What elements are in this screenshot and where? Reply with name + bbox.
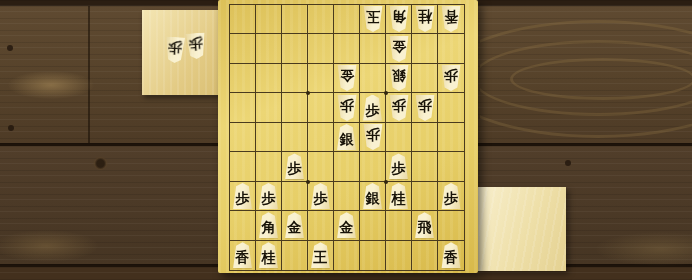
piece-gote-knight[interactable]: 桂 <box>415 6 435 32</box>
shogi-scene: 歩歩 玉角桂香金金銀歩歩歩歩歩銀歩歩歩歩歩歩銀桂歩角金金飛香桂王香 <box>0 0 692 280</box>
board-cell[interactable]: 歩 <box>282 152 308 181</box>
piece-gote-gold[interactable]: 金 <box>337 65 357 91</box>
board-cell[interactable]: 桂 <box>256 241 282 270</box>
piece-sente-pawn[interactable]: 歩 <box>363 95 383 121</box>
piece-gote-silver[interactable]: 銀 <box>389 65 409 91</box>
nail-hole <box>7 45 13 51</box>
board-cell[interactable] <box>412 64 438 93</box>
piece-sente-pawn[interactable]: 歩 <box>389 153 409 179</box>
board-cell[interactable] <box>256 93 282 122</box>
piece-sente-rook[interactable]: 飛 <box>415 212 435 238</box>
board-cell[interactable] <box>282 182 308 211</box>
board-cell[interactable]: 歩 <box>386 93 412 122</box>
board-cell[interactable] <box>438 152 464 181</box>
board-cell[interactable] <box>334 152 360 181</box>
board-cell[interactable] <box>230 211 256 240</box>
board-cell[interactable]: 金 <box>386 34 412 63</box>
piece-gote-pawn[interactable]: 歩 <box>415 95 435 121</box>
hoshi-dot <box>384 180 388 184</box>
piece-sente-pawn[interactable]: 歩 <box>259 183 279 209</box>
board-cell[interactable] <box>438 211 464 240</box>
board-cell[interactable] <box>256 123 282 152</box>
board-cell[interactable] <box>308 5 334 34</box>
board-cell[interactable]: 銀 <box>334 123 360 152</box>
board-cell[interactable]: 香 <box>438 5 464 34</box>
board-cell[interactable]: 銀 <box>386 64 412 93</box>
board-cell[interactable] <box>308 123 334 152</box>
board-cell[interactable]: 歩 <box>230 182 256 211</box>
board-cell[interactable] <box>412 241 438 270</box>
board-cell[interactable]: 角 <box>386 5 412 34</box>
board-cell[interactable] <box>360 211 386 240</box>
gote-piece-stand: 歩歩 <box>142 10 228 95</box>
board-cell[interactable]: 歩 <box>334 93 360 122</box>
piece-gote-pawn[interactable]: 歩 <box>389 95 409 121</box>
board-cell[interactable] <box>360 241 386 270</box>
board-cell[interactable] <box>412 152 438 181</box>
hoshi-dot <box>306 91 310 95</box>
hand-piece-gote-pawn[interactable]: 歩 <box>164 36 185 63</box>
board-cell[interactable] <box>230 93 256 122</box>
board-cell[interactable] <box>308 93 334 122</box>
piece-sente-knight[interactable]: 桂 <box>389 183 409 209</box>
board-cell[interactable]: 歩 <box>360 123 386 152</box>
board-cell[interactable]: 歩 <box>360 93 386 122</box>
piece-sente-pawn[interactable]: 歩 <box>233 183 253 209</box>
hoshi-dot <box>384 91 388 95</box>
board-cell[interactable]: 桂 <box>412 5 438 34</box>
board-cell[interactable]: 角 <box>256 211 282 240</box>
board-cell[interactable]: 飛 <box>412 211 438 240</box>
board-cell[interactable]: 玉 <box>360 5 386 34</box>
piece-sente-bishop[interactable]: 角 <box>259 212 279 238</box>
hand-piece-gote-pawn[interactable]: 歩 <box>185 32 207 59</box>
piece-gote-bishop[interactable]: 角 <box>389 6 409 32</box>
board-cell[interactable] <box>438 93 464 122</box>
piece-sente-pawn[interactable]: 歩 <box>311 183 331 209</box>
wood-grain <box>480 6 692 143</box>
piece-gote-lance[interactable]: 香 <box>441 6 461 32</box>
board-cell[interactable]: 金 <box>282 211 308 240</box>
board-cell[interactable] <box>308 64 334 93</box>
piece-gote-pawn[interactable]: 歩 <box>441 65 461 91</box>
board-cell[interactable]: 歩 <box>438 64 464 93</box>
board-cell[interactable] <box>256 34 282 63</box>
board-cell[interactable]: 香 <box>438 241 464 270</box>
board-cell[interactable] <box>282 34 308 63</box>
board-cell[interactable] <box>386 241 412 270</box>
board-cell[interactable] <box>412 34 438 63</box>
nail-hole <box>8 125 14 131</box>
piece-gote-king[interactable]: 玉 <box>363 6 383 32</box>
board-cell[interactable]: 金 <box>334 64 360 93</box>
board-cell[interactable] <box>360 34 386 63</box>
board-cell[interactable]: 香 <box>230 241 256 270</box>
board-cell[interactable] <box>308 34 334 63</box>
board-cell[interactable] <box>386 123 412 152</box>
board-grid: 玉角桂香金金銀歩歩歩歩歩銀歩歩歩歩歩歩銀桂歩角金金飛香桂王香 <box>229 4 465 271</box>
board-cell[interactable] <box>412 123 438 152</box>
hoshi-dot <box>306 180 310 184</box>
piece-gote-pawn[interactable]: 歩 <box>363 124 383 150</box>
piece-sente-silver[interactable]: 銀 <box>363 183 383 209</box>
board-cell[interactable] <box>282 5 308 34</box>
board-cell[interactable] <box>230 64 256 93</box>
board-cell[interactable] <box>230 34 256 63</box>
board-cell[interactable] <box>360 152 386 181</box>
board-cell[interactable]: 歩 <box>438 182 464 211</box>
piece-sente-lance[interactable]: 香 <box>233 242 253 268</box>
board-cell[interactable] <box>308 211 334 240</box>
nail-hole <box>565 160 571 166</box>
board-cell[interactable] <box>230 5 256 34</box>
piece-gote-gold[interactable]: 金 <box>389 36 409 62</box>
board-cell[interactable] <box>256 5 282 34</box>
board-cell[interactable]: 銀 <box>360 182 386 211</box>
piece-sente-gold[interactable]: 金 <box>285 212 305 238</box>
board-cell[interactable]: 歩 <box>256 182 282 211</box>
board-cell[interactable] <box>412 182 438 211</box>
board-cell[interactable] <box>334 5 360 34</box>
piece-sente-pawn[interactable]: 歩 <box>285 153 305 179</box>
piece-sente-king[interactable]: 王 <box>311 242 331 268</box>
board-cell[interactable] <box>256 64 282 93</box>
board-cell[interactable]: 歩 <box>308 182 334 211</box>
board-cell[interactable]: 桂 <box>386 182 412 211</box>
board-cell[interactable]: 王 <box>308 241 334 270</box>
board-cell[interactable] <box>308 152 334 181</box>
piece-sente-knight[interactable]: 桂 <box>259 242 279 268</box>
board-cell[interactable] <box>438 123 464 152</box>
board-cell[interactable] <box>230 152 256 181</box>
board-cell[interactable] <box>334 241 360 270</box>
board-cell[interactable] <box>334 182 360 211</box>
shogi-board: 玉角桂香金金銀歩歩歩歩歩銀歩歩歩歩歩歩銀桂歩角金金飛香桂王香 <box>218 0 478 273</box>
piece-sente-lance[interactable]: 香 <box>441 242 461 268</box>
board-cell[interactable] <box>230 123 256 152</box>
board-cell[interactable]: 歩 <box>386 152 412 181</box>
board-cell[interactable] <box>386 211 412 240</box>
sente-piece-stand <box>478 187 566 271</box>
piece-sente-silver[interactable]: 銀 <box>337 124 357 150</box>
board-cell[interactable] <box>256 152 282 181</box>
board-cell[interactable] <box>282 123 308 152</box>
board-cell[interactable]: 金 <box>334 211 360 240</box>
piece-sente-gold[interactable]: 金 <box>337 212 357 238</box>
board-cell[interactable] <box>438 34 464 63</box>
piece-gote-pawn[interactable]: 歩 <box>337 95 357 121</box>
board-cell[interactable] <box>334 34 360 63</box>
board-cell[interactable] <box>282 241 308 270</box>
board-cell[interactable]: 歩 <box>412 93 438 122</box>
board-cell[interactable] <box>360 64 386 93</box>
board-cell[interactable] <box>282 64 308 93</box>
piece-sente-pawn[interactable]: 歩 <box>441 183 461 209</box>
board-cell[interactable] <box>282 93 308 122</box>
plank-seam <box>88 6 90 143</box>
